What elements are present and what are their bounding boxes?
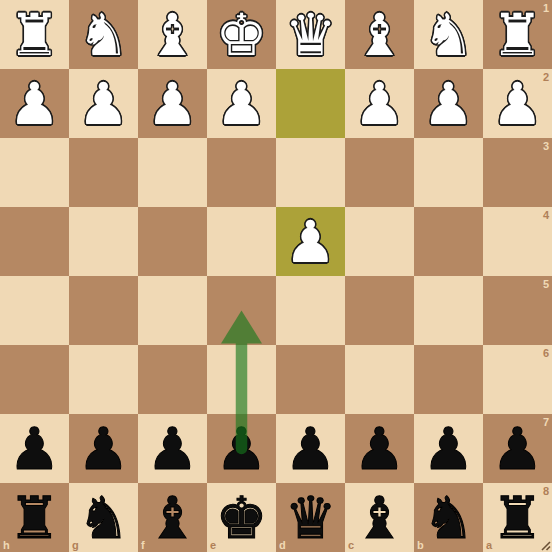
white-bishop[interactable]: ♝ [138, 0, 207, 69]
square-d1[interactable]: ♛ [276, 0, 345, 69]
black-pawn[interactable]: ♟ [276, 414, 345, 483]
square-e1[interactable]: ♚ [207, 0, 276, 69]
white-pawn[interactable]: ♟ [69, 69, 138, 138]
white-rook[interactable]: ♜ [0, 0, 69, 69]
square-f3[interactable] [138, 138, 207, 207]
square-a2[interactable]: ♟2 [483, 69, 552, 138]
square-h5[interactable] [0, 276, 69, 345]
white-pawn[interactable]: ♟ [483, 69, 552, 138]
square-c2[interactable]: ♟ [345, 69, 414, 138]
white-pawn[interactable]: ♟ [276, 207, 345, 276]
square-d7[interactable]: ♟ [276, 414, 345, 483]
square-h6[interactable] [0, 345, 69, 414]
square-e6[interactable] [207, 345, 276, 414]
black-pawn[interactable]: ♟ [138, 414, 207, 483]
square-f2[interactable]: ♟ [138, 69, 207, 138]
black-knight[interactable]: ♞ [69, 483, 138, 552]
white-pawn[interactable]: ♟ [0, 69, 69, 138]
white-pawn[interactable]: ♟ [207, 69, 276, 138]
white-rook[interactable]: ♜ [483, 0, 552, 69]
rank-label-5: 5 [543, 278, 549, 290]
square-g6[interactable] [69, 345, 138, 414]
white-bishop[interactable]: ♝ [345, 0, 414, 69]
square-g3[interactable] [69, 138, 138, 207]
square-c5[interactable] [345, 276, 414, 345]
square-e4[interactable] [207, 207, 276, 276]
black-queen[interactable]: ♛ [276, 483, 345, 552]
square-h3[interactable] [0, 138, 69, 207]
square-b5[interactable] [414, 276, 483, 345]
white-king[interactable]: ♚ [207, 0, 276, 69]
square-c4[interactable] [345, 207, 414, 276]
square-c7[interactable]: ♟ [345, 414, 414, 483]
square-e7[interactable]: ♟ [207, 414, 276, 483]
square-d3[interactable] [276, 138, 345, 207]
square-a3[interactable]: 3 [483, 138, 552, 207]
square-d6[interactable] [276, 345, 345, 414]
white-pawn[interactable]: ♟ [345, 69, 414, 138]
square-a4[interactable]: 4 [483, 207, 552, 276]
black-bishop[interactable]: ♝ [138, 483, 207, 552]
square-h1[interactable]: ♜ [0, 0, 69, 69]
square-c1[interactable]: ♝ [345, 0, 414, 69]
black-pawn[interactable]: ♟ [207, 414, 276, 483]
square-h4[interactable] [0, 207, 69, 276]
square-b2[interactable]: ♟ [414, 69, 483, 138]
square-e2[interactable]: ♟ [207, 69, 276, 138]
white-pawn[interactable]: ♟ [138, 69, 207, 138]
square-b4[interactable] [414, 207, 483, 276]
square-e5[interactable] [207, 276, 276, 345]
square-b1[interactable]: ♞ [414, 0, 483, 69]
square-f5[interactable] [138, 276, 207, 345]
square-b3[interactable] [414, 138, 483, 207]
rank-label-6: 6 [543, 347, 549, 359]
square-g4[interactable] [69, 207, 138, 276]
square-f8[interactable]: ♝f [138, 483, 207, 552]
black-pawn[interactable]: ♟ [0, 414, 69, 483]
square-f4[interactable] [138, 207, 207, 276]
square-b7[interactable]: ♟ [414, 414, 483, 483]
square-b6[interactable] [414, 345, 483, 414]
square-f1[interactable]: ♝ [138, 0, 207, 69]
square-g2[interactable]: ♟ [69, 69, 138, 138]
square-g5[interactable] [69, 276, 138, 345]
square-h2[interactable]: ♟ [0, 69, 69, 138]
black-rook[interactable]: ♜ [0, 483, 69, 552]
white-pawn[interactable]: ♟ [414, 69, 483, 138]
black-knight[interactable]: ♞ [414, 483, 483, 552]
black-pawn[interactable]: ♟ [345, 414, 414, 483]
white-knight[interactable]: ♞ [69, 0, 138, 69]
rank-label-3: 3 [543, 140, 549, 152]
square-a1[interactable]: ♜1 [483, 0, 552, 69]
square-a6[interactable]: 6 [483, 345, 552, 414]
square-f6[interactable] [138, 345, 207, 414]
black-king[interactable]: ♚ [207, 483, 276, 552]
square-a7[interactable]: ♟7 [483, 414, 552, 483]
square-d5[interactable] [276, 276, 345, 345]
black-pawn[interactable]: ♟ [483, 414, 552, 483]
black-pawn[interactable]: ♟ [414, 414, 483, 483]
square-d4[interactable]: ♟ [276, 207, 345, 276]
square-c8[interactable]: ♝c [345, 483, 414, 552]
square-g7[interactable]: ♟ [69, 414, 138, 483]
black-bishop[interactable]: ♝ [345, 483, 414, 552]
square-d2[interactable] [276, 69, 345, 138]
white-queen[interactable]: ♛ [276, 0, 345, 69]
square-b8[interactable]: ♞b [414, 483, 483, 552]
square-e3[interactable] [207, 138, 276, 207]
square-g8[interactable]: ♞g [69, 483, 138, 552]
square-c3[interactable] [345, 138, 414, 207]
board-resize-handle[interactable] [538, 538, 551, 551]
square-c6[interactable] [345, 345, 414, 414]
square-h8[interactable]: ♜h [0, 483, 69, 552]
white-knight[interactable]: ♞ [414, 0, 483, 69]
square-a5[interactable]: 5 [483, 276, 552, 345]
rank-label-4: 4 [543, 209, 549, 221]
black-pawn[interactable]: ♟ [69, 414, 138, 483]
square-f7[interactable]: ♟ [138, 414, 207, 483]
square-g1[interactable]: ♞ [69, 0, 138, 69]
chess-board[interactable]: ♜♞♝♚♛♝♞♜1♟♟♟♟♟♟♟23♟456♟♟♟♟♟♟♟♟7♜h♞g♝f♚e♛… [0, 0, 552, 552]
square-h7[interactable]: ♟ [0, 414, 69, 483]
square-e8[interactable]: ♚e [207, 483, 276, 552]
square-d8[interactable]: ♛d [276, 483, 345, 552]
